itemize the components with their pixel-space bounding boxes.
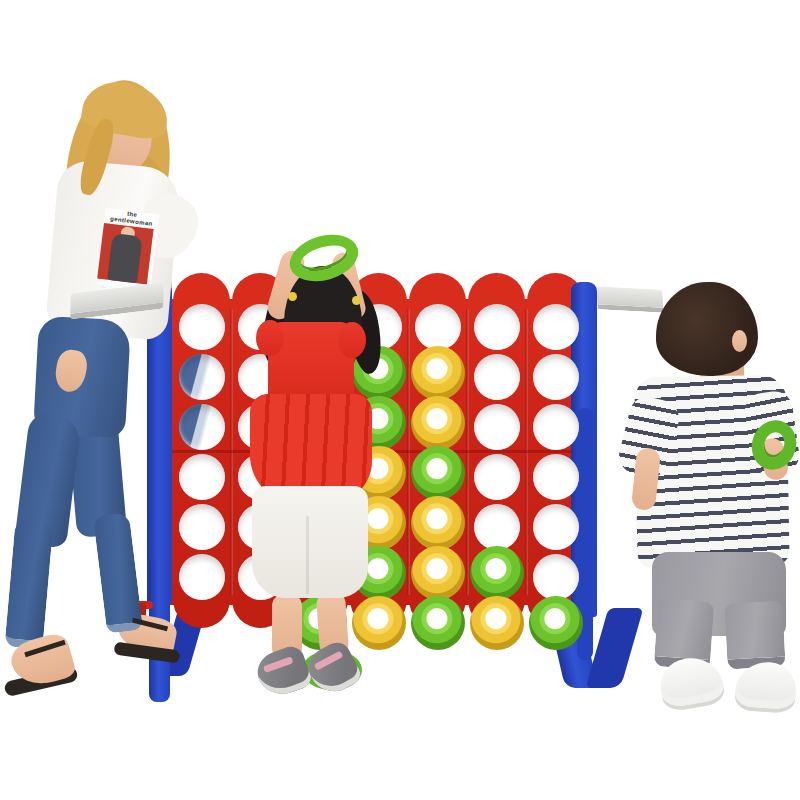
board-cell-r5c7: [526, 502, 585, 552]
board-cell-r5c6: [467, 502, 526, 552]
yellow-ring: [411, 546, 465, 600]
board-cell-r4c7: [526, 452, 585, 502]
board-hole: [179, 304, 225, 350]
yellow-ring: [470, 596, 524, 650]
board-cell-r5c1: [172, 502, 231, 552]
board-cell-r3c1: [172, 402, 231, 452]
board-hole: [415, 304, 461, 350]
board-cell-r1c5: [408, 302, 467, 352]
boy-hair: [656, 282, 758, 376]
board-cell-r6c1: [172, 552, 231, 602]
board-cell-r6c7: [526, 552, 585, 602]
girl-right-hair-tie: [352, 296, 361, 305]
board-cell-r3c7: [526, 402, 585, 452]
girl-left-hair-tie: [288, 292, 297, 301]
board-hole: [179, 404, 225, 450]
board-cell-r1c7: [526, 302, 585, 352]
woman-back-calf: [93, 512, 143, 634]
boy-ear: [732, 330, 747, 352]
board-hole: [533, 404, 579, 450]
board-hole: [474, 404, 520, 450]
yellow-ring-edge: [609, 440, 611, 462]
yellow-ring: [352, 596, 406, 650]
boy-right-pant-leg: [724, 601, 785, 670]
yellow-ring: [411, 496, 465, 550]
green-ring: [470, 546, 524, 600]
board-hole: [533, 454, 579, 500]
board-hole: [533, 354, 579, 400]
yellow-ring: [411, 346, 465, 400]
shirt-print-photo: [97, 223, 153, 285]
board-cell-r1c6: [467, 302, 526, 352]
board-hole: [533, 504, 579, 550]
board-cell-r3c6: [467, 402, 526, 452]
shirt-print-figure: [107, 233, 143, 283]
board-cell-r1c1: [172, 302, 231, 352]
girl-left-sleeve: [256, 320, 284, 356]
woman-shirt-print: the gentlewoman: [97, 208, 160, 290]
board-hole: [179, 354, 225, 400]
green-ring: [411, 446, 465, 500]
board-hole: [474, 454, 520, 500]
board-hole: [533, 554, 579, 600]
girl-white-shorts: [252, 486, 368, 598]
yellow-ring-edge: [609, 440, 611, 462]
board-hole: [474, 504, 520, 550]
board-cell-r2c6: [467, 352, 526, 402]
board-hole: [179, 454, 225, 500]
board-hole: [474, 304, 520, 350]
board-cell-r2c1: [172, 352, 231, 402]
yellow-ring-edge: [609, 440, 611, 462]
woman-front-calf: [4, 519, 53, 650]
girl-right-sleeve: [338, 322, 366, 358]
board-cell-r4c1: [172, 452, 231, 502]
board-hole: [533, 304, 579, 350]
right-post-back-foot: [586, 608, 644, 688]
right-ring-tray: [596, 286, 663, 313]
board-cell-r2c7: [526, 352, 585, 402]
giant-connect-four-product-photo: the gentlewoman: [0, 0, 800, 800]
yellow-ring: [411, 396, 465, 450]
board-hole: [179, 554, 225, 600]
green-ring: [529, 596, 583, 650]
board-hole: [179, 504, 225, 550]
green-ring: [411, 596, 465, 650]
board-cell-r4c6: [467, 452, 526, 502]
girl-left-shoe: [252, 643, 314, 701]
board-hole: [474, 354, 520, 400]
